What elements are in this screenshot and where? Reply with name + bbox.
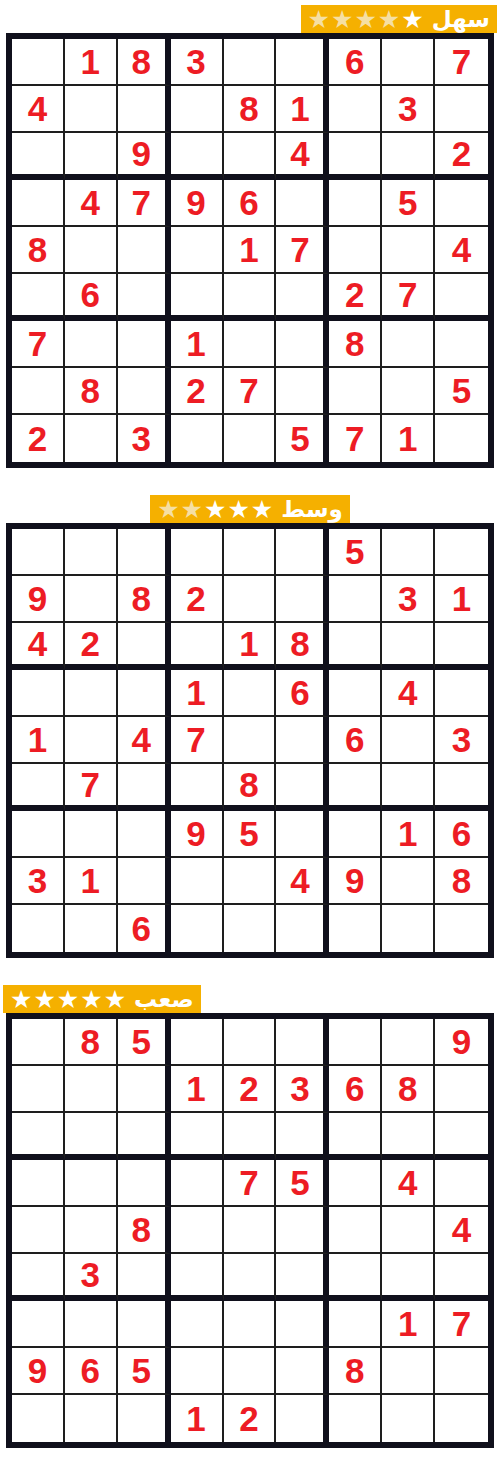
- cell-r3c1[interactable]: [12, 1113, 65, 1160]
- cell-r8c7: 8: [329, 1348, 382, 1395]
- puzzle-hard: ★★★★★ صعب 8591236875484317965812: [0, 985, 500, 1448]
- cell-r8c6[interactable]: [276, 368, 329, 415]
- difficulty-stars: ★★★★★: [308, 7, 424, 32]
- cell-r3c5[interactable]: [224, 133, 277, 180]
- cell-r7c5[interactable]: [224, 1301, 277, 1348]
- cell-r1c2[interactable]: [65, 529, 118, 576]
- cell-r8c5[interactable]: [224, 858, 277, 905]
- cell-r9c3: 3: [118, 415, 171, 462]
- cell-r2c3[interactable]: [118, 1066, 171, 1113]
- cell-r2c8: 8: [382, 1066, 435, 1113]
- cell-r2c3: 8: [118, 576, 171, 623]
- cell-r2c4[interactable]: [171, 86, 224, 133]
- cell-r9c9[interactable]: [435, 1395, 488, 1442]
- cell-r9c3: 6: [118, 905, 171, 952]
- cell-r6c8: 7: [382, 274, 435, 321]
- sudoku-grid: 8591236875484317965812: [6, 1013, 494, 1448]
- star-filled-icon: ★: [204, 497, 226, 522]
- cell-r1c3: 5: [118, 1019, 171, 1066]
- star-empty-icon: ★: [157, 497, 179, 522]
- cell-r6c8[interactable]: [382, 1254, 435, 1301]
- cell-r9c6[interactable]: [276, 905, 329, 952]
- cell-r2c1: 4: [12, 86, 65, 133]
- star-empty-icon: ★: [331, 7, 353, 32]
- cell-r2c8: 3: [382, 576, 435, 623]
- sudoku-grid: 183674813942479658174627718827523571: [6, 33, 494, 468]
- cell-r4c9[interactable]: [435, 670, 488, 717]
- cell-r5c5[interactable]: [224, 1207, 277, 1254]
- cell-r5c5[interactable]: [224, 717, 277, 764]
- cell-r2c9[interactable]: [435, 86, 488, 133]
- cell-r6c5[interactable]: [224, 1254, 277, 1301]
- cell-r1c9: 7: [435, 39, 488, 86]
- cell-r7c3[interactable]: [118, 811, 171, 858]
- cell-r7c1: 7: [12, 321, 65, 368]
- cell-r9c7[interactable]: [329, 1395, 382, 1442]
- cell-r3c1[interactable]: [12, 133, 65, 180]
- star-empty-icon: ★: [181, 497, 203, 522]
- cell-r2c2[interactable]: [65, 576, 118, 623]
- cell-r9c1[interactable]: [12, 905, 65, 952]
- cell-r4c8: 4: [382, 670, 435, 717]
- cell-r7c2[interactable]: [65, 321, 118, 368]
- cell-r6c9[interactable]: [435, 1254, 488, 1301]
- cell-r4c2[interactable]: [65, 670, 118, 717]
- puzzle-medium: ★★★★★ وسط 598231421816414763789516314986: [0, 495, 500, 958]
- cell-r3c7[interactable]: [329, 623, 382, 670]
- cell-r8c5: 7: [224, 368, 277, 415]
- cell-r3c2[interactable]: [65, 1113, 118, 1160]
- cell-r4c6: 5: [276, 1160, 329, 1207]
- cell-r7c4[interactable]: [171, 1301, 224, 1348]
- cell-r2c8: 3: [382, 86, 435, 133]
- difficulty-stars: ★★★★★: [10, 987, 126, 1012]
- cell-r4c3[interactable]: [118, 670, 171, 717]
- cell-r3c4[interactable]: [171, 1113, 224, 1160]
- cell-r4c1[interactable]: [12, 1160, 65, 1207]
- cell-r6c2: 3: [65, 1254, 118, 1301]
- cell-r8c7: 9: [329, 858, 382, 905]
- cell-r1c7[interactable]: [329, 1019, 382, 1066]
- cell-r7c5[interactable]: [224, 321, 277, 368]
- difficulty-badge-hard: ★★★★★ صعب: [3, 985, 201, 1013]
- cell-r3c3: 9: [118, 133, 171, 180]
- star-empty-icon: ★: [308, 7, 330, 32]
- cell-r7c8: 1: [382, 811, 435, 858]
- cell-r3c3[interactable]: [118, 1113, 171, 1160]
- cell-r6c9[interactable]: [435, 274, 488, 321]
- cell-r6c6[interactable]: [276, 1254, 329, 1301]
- cell-r3c2: 2: [65, 623, 118, 670]
- cell-r3c6[interactable]: [276, 1113, 329, 1160]
- cell-r7c3[interactable]: [118, 321, 171, 368]
- cell-r5c7: 6: [329, 717, 382, 764]
- cell-r5c9: 3: [435, 717, 488, 764]
- cell-r4c7[interactable]: [329, 1160, 382, 1207]
- cell-r7c9: 7: [435, 1301, 488, 1348]
- cell-r2c1[interactable]: [12, 1066, 65, 1113]
- cell-r3c1: 4: [12, 623, 65, 670]
- cell-r5c3: 4: [118, 717, 171, 764]
- cell-r8c4[interactable]: [171, 1348, 224, 1395]
- cell-r2c5[interactable]: [224, 576, 277, 623]
- cell-r1c3: 8: [118, 39, 171, 86]
- cell-r7c5: 5: [224, 811, 277, 858]
- cell-r1c1[interactable]: [12, 529, 65, 576]
- cell-r5c4[interactable]: [171, 227, 224, 274]
- cell-r6c3[interactable]: [118, 274, 171, 321]
- cell-r5c2[interactable]: [65, 227, 118, 274]
- cell-r5c3: 8: [118, 1207, 171, 1254]
- cell-r4c4[interactable]: [171, 1160, 224, 1207]
- cell-r1c9: 9: [435, 1019, 488, 1066]
- cell-r8c8[interactable]: [382, 368, 435, 415]
- cell-r9c7[interactable]: [329, 905, 382, 952]
- cell-r8c1[interactable]: [12, 368, 65, 415]
- cell-r8c6[interactable]: [276, 1348, 329, 1395]
- cell-r7c6[interactable]: [276, 1301, 329, 1348]
- cell-r6c1[interactable]: [12, 274, 65, 321]
- cell-r8c6: 4: [276, 858, 329, 905]
- cell-r3c9: 2: [435, 133, 488, 180]
- cell-r3c4[interactable]: [171, 623, 224, 670]
- cell-r5c6: 7: [276, 227, 329, 274]
- cell-r2c6: 1: [276, 86, 329, 133]
- cell-r2c7: 6: [329, 1066, 382, 1113]
- star-filled-icon: ★: [10, 987, 32, 1012]
- cell-r9c5[interactable]: [224, 415, 277, 462]
- cell-r8c4[interactable]: [171, 858, 224, 905]
- star-filled-icon: ★: [104, 987, 126, 1012]
- cell-r1c8[interactable]: [382, 529, 435, 576]
- cell-r3c8[interactable]: [382, 133, 435, 180]
- cell-r9c1[interactable]: [12, 1395, 65, 1442]
- cell-r9c2[interactable]: [65, 1395, 118, 1442]
- cell-r7c6[interactable]: [276, 811, 329, 858]
- cell-r6c2: 7: [65, 764, 118, 811]
- cell-r6c6[interactable]: [276, 764, 329, 811]
- cell-r2c9: 1: [435, 576, 488, 623]
- cell-r6c4[interactable]: [171, 274, 224, 321]
- star-empty-icon: ★: [378, 7, 400, 32]
- cell-r9c7: 7: [329, 415, 382, 462]
- cell-r7c7[interactable]: [329, 1301, 382, 1348]
- cell-r4c8: 5: [382, 180, 435, 227]
- cell-r8c1: 3: [12, 858, 65, 905]
- cell-r8c5[interactable]: [224, 1348, 277, 1395]
- difficulty-label: صعب: [134, 988, 194, 1011]
- cell-r1c4[interactable]: [171, 1019, 224, 1066]
- cell-r9c4: 1: [171, 1395, 224, 1442]
- cell-r6c4[interactable]: [171, 764, 224, 811]
- cell-r8c2: 1: [65, 858, 118, 905]
- cell-r5c4[interactable]: [171, 1207, 224, 1254]
- cell-r3c3[interactable]: [118, 623, 171, 670]
- cell-r5c1[interactable]: [12, 1207, 65, 1254]
- cell-r9c6[interactable]: [276, 1395, 329, 1442]
- difficulty-label: وسط: [281, 498, 343, 521]
- cell-r2c5: 2: [224, 1066, 277, 1113]
- cell-r6c1[interactable]: [12, 1254, 65, 1301]
- cell-r9c6: 5: [276, 415, 329, 462]
- cell-r3c8[interactable]: [382, 623, 435, 670]
- cell-r7c2[interactable]: [65, 1301, 118, 1348]
- difficulty-badge-easy: ★★★★★ سهل: [301, 5, 497, 33]
- cell-r2c2[interactable]: [65, 86, 118, 133]
- cell-r8c7[interactable]: [329, 368, 382, 415]
- cell-r4c6: 6: [276, 670, 329, 717]
- cell-r8c9: 8: [435, 858, 488, 905]
- cell-r2c6[interactable]: [276, 576, 329, 623]
- cell-r2c6: 3: [276, 1066, 329, 1113]
- cell-r5c2[interactable]: [65, 1207, 118, 1254]
- cell-r4c5: 7: [224, 1160, 277, 1207]
- cell-r4c2: 4: [65, 180, 118, 227]
- cell-r4c9[interactable]: [435, 180, 488, 227]
- cell-r3c4[interactable]: [171, 133, 224, 180]
- cell-r1c5[interactable]: [224, 529, 277, 576]
- difficulty-badge-medium: ★★★★★ وسط: [150, 495, 350, 523]
- star-filled-icon: ★: [227, 497, 249, 522]
- cell-r7c3[interactable]: [118, 1301, 171, 1348]
- cell-r2c2[interactable]: [65, 1066, 118, 1113]
- cell-r6c1[interactable]: [12, 764, 65, 811]
- cell-r1c7: 5: [329, 529, 382, 576]
- cell-r4c6[interactable]: [276, 180, 329, 227]
- cell-r4c7[interactable]: [329, 180, 382, 227]
- cell-r1c3[interactable]: [118, 529, 171, 576]
- cell-r2c3[interactable]: [118, 86, 171, 133]
- cell-r7c4: 9: [171, 811, 224, 858]
- cell-r2c7[interactable]: [329, 86, 382, 133]
- cell-r4c5: 6: [224, 180, 277, 227]
- cell-r5c9: 4: [435, 227, 488, 274]
- cell-r3c5[interactable]: [224, 1113, 277, 1160]
- cell-r7c9[interactable]: [435, 321, 488, 368]
- cell-r8c3: 5: [118, 1348, 171, 1395]
- cell-r5c7[interactable]: [329, 1207, 382, 1254]
- cell-r6c7: 2: [329, 274, 382, 321]
- cell-r5c8[interactable]: [382, 227, 435, 274]
- cell-r2c9[interactable]: [435, 1066, 488, 1113]
- star-filled-icon: ★: [401, 7, 423, 32]
- cell-r5c2[interactable]: [65, 717, 118, 764]
- cell-r7c8[interactable]: [382, 321, 435, 368]
- cell-r9c4[interactable]: [171, 905, 224, 952]
- cell-r2c4: 1: [171, 1066, 224, 1113]
- cell-r5c8[interactable]: [382, 1207, 435, 1254]
- cell-r2c4: 2: [171, 576, 224, 623]
- cell-r1c9[interactable]: [435, 529, 488, 576]
- difficulty-bar-row-easy: ★★★★★ سهل: [3, 5, 497, 33]
- cell-r8c1: 9: [12, 1348, 65, 1395]
- cell-r3c8[interactable]: [382, 1113, 435, 1160]
- star-filled-icon: ★: [57, 987, 79, 1012]
- cell-r8c3[interactable]: [118, 368, 171, 415]
- sudoku-page: ★★★★★ سهل 183674813942479658174627718827…: [0, 0, 500, 1448]
- sudoku-grid: 598231421816414763789516314986: [6, 523, 494, 958]
- cell-r5c1: 8: [12, 227, 65, 274]
- cell-r6c3[interactable]: [118, 1254, 171, 1301]
- cell-r1c8[interactable]: [382, 1019, 435, 1066]
- star-filled-icon: ★: [251, 497, 273, 522]
- cell-r4c7[interactable]: [329, 670, 382, 717]
- cell-r3c5: 1: [224, 623, 277, 670]
- cell-r7c8: 1: [382, 1301, 435, 1348]
- cell-r1c2: 1: [65, 39, 118, 86]
- puzzle-easy: ★★★★★ سهل 183674813942479658174627718827…: [0, 0, 500, 468]
- cell-r1c6[interactable]: [276, 39, 329, 86]
- cell-r7c7[interactable]: [329, 811, 382, 858]
- cell-r1c2: 8: [65, 1019, 118, 1066]
- cell-r4c4: 9: [171, 180, 224, 227]
- cell-r5c5: 1: [224, 227, 277, 274]
- star-filled-icon: ★: [80, 987, 102, 1012]
- cell-r9c3[interactable]: [118, 1395, 171, 1442]
- cell-r5c6[interactable]: [276, 1207, 329, 1254]
- cell-r3c9[interactable]: [435, 1113, 488, 1160]
- cell-r4c9[interactable]: [435, 1160, 488, 1207]
- cell-r1c8[interactable]: [382, 39, 435, 86]
- cell-r2c1: 9: [12, 576, 65, 623]
- cell-r5c9: 4: [435, 1207, 488, 1254]
- cell-r4c5[interactable]: [224, 670, 277, 717]
- cell-r8c8[interactable]: [382, 1348, 435, 1395]
- difficulty-bar-row-medium: ★★★★★ وسط: [3, 495, 497, 523]
- cell-r7c4: 1: [171, 321, 224, 368]
- cell-r3c2[interactable]: [65, 133, 118, 180]
- cell-r9c5[interactable]: [224, 905, 277, 952]
- cell-r1c4: 3: [171, 39, 224, 86]
- cell-r6c7[interactable]: [329, 764, 382, 811]
- cell-r6c5: 8: [224, 764, 277, 811]
- cell-r2c5: 8: [224, 86, 277, 133]
- cell-r1c1[interactable]: [12, 39, 65, 86]
- cell-r9c9[interactable]: [435, 415, 488, 462]
- cell-r6c2: 6: [65, 274, 118, 321]
- cell-r5c7[interactable]: [329, 227, 382, 274]
- cell-r8c9: 5: [435, 368, 488, 415]
- cell-r7c1[interactable]: [12, 1301, 65, 1348]
- cell-r1c6[interactable]: [276, 1019, 329, 1066]
- cell-r1c5[interactable]: [224, 39, 277, 86]
- cell-r5c1: 1: [12, 717, 65, 764]
- star-empty-icon: ★: [354, 7, 376, 32]
- cell-r9c4[interactable]: [171, 415, 224, 462]
- cell-r9c9[interactable]: [435, 905, 488, 952]
- cell-r9c1: 2: [12, 415, 65, 462]
- cell-r6c3[interactable]: [118, 764, 171, 811]
- difficulty-label: سهل: [432, 8, 490, 31]
- cell-r7c6[interactable]: [276, 321, 329, 368]
- cell-r4c3: 7: [118, 180, 171, 227]
- cell-r4c1[interactable]: [12, 180, 65, 227]
- cell-r4c8: 4: [382, 1160, 435, 1207]
- cell-r8c9[interactable]: [435, 1348, 488, 1395]
- cell-r3c7[interactable]: [329, 1113, 382, 1160]
- cell-r3c9[interactable]: [435, 623, 488, 670]
- cell-r8c4: 2: [171, 368, 224, 415]
- cell-r6c7[interactable]: [329, 1254, 382, 1301]
- cell-r6c4[interactable]: [171, 1254, 224, 1301]
- difficulty-bar-row-hard: ★★★★★ صعب: [3, 985, 497, 1013]
- cell-r2c7[interactable]: [329, 576, 382, 623]
- cell-r9c8: 1: [382, 415, 435, 462]
- cell-r9c8[interactable]: [382, 1395, 435, 1442]
- cell-r5c6[interactable]: [276, 717, 329, 764]
- cell-r4c2[interactable]: [65, 1160, 118, 1207]
- cell-r4c1[interactable]: [12, 670, 65, 717]
- cell-r8c2: 6: [65, 1348, 118, 1395]
- cell-r7c7: 8: [329, 321, 382, 368]
- cell-r1c5[interactable]: [224, 1019, 277, 1066]
- cell-r3c6: 4: [276, 133, 329, 180]
- difficulty-stars: ★★★★★: [157, 497, 273, 522]
- cell-r6c6[interactable]: [276, 274, 329, 321]
- cell-r5c4: 7: [171, 717, 224, 764]
- cell-r3c6: 8: [276, 623, 329, 670]
- cell-r8c8[interactable]: [382, 858, 435, 905]
- cell-r1c6[interactable]: [276, 529, 329, 576]
- cell-r7c9: 6: [435, 811, 488, 858]
- cell-r8c3[interactable]: [118, 858, 171, 905]
- cell-r6c5[interactable]: [224, 274, 277, 321]
- cell-r7c1[interactable]: [12, 811, 65, 858]
- cell-r1c1[interactable]: [12, 1019, 65, 1066]
- cell-r9c2[interactable]: [65, 415, 118, 462]
- cell-r8c2: 8: [65, 368, 118, 415]
- cell-r4c4: 1: [171, 670, 224, 717]
- cell-r5c3[interactable]: [118, 227, 171, 274]
- cell-r9c2[interactable]: [65, 905, 118, 952]
- cell-r4c3[interactable]: [118, 1160, 171, 1207]
- cell-r7c2[interactable]: [65, 811, 118, 858]
- cell-r3c7[interactable]: [329, 133, 382, 180]
- cell-r9c8[interactable]: [382, 905, 435, 952]
- cell-r1c7: 6: [329, 39, 382, 86]
- cell-r6c8[interactable]: [382, 764, 435, 811]
- star-filled-icon: ★: [33, 987, 55, 1012]
- cell-r6c9[interactable]: [435, 764, 488, 811]
- cell-r9c5: 2: [224, 1395, 277, 1442]
- cell-r5c8[interactable]: [382, 717, 435, 764]
- cell-r1c4[interactable]: [171, 529, 224, 576]
